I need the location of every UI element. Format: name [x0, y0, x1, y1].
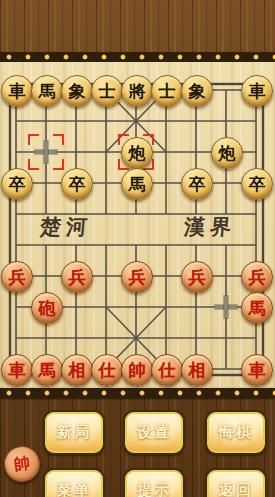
piece-black-horse[interactable]: 馬: [121, 168, 153, 200]
piece-red-soldier[interactable]: 兵: [181, 261, 213, 293]
undo-label: 悔棋: [219, 423, 253, 441]
piece-red-soldier[interactable]: 兵: [241, 261, 273, 293]
piece-red-elephant[interactable]: 相: [181, 354, 213, 386]
piece-black-advisor[interactable]: 士: [91, 75, 123, 107]
turn-indicator-red-general: 帥: [2, 444, 43, 485]
piece-black-cannon[interactable]: 炮: [211, 137, 243, 169]
piece-black-advisor[interactable]: 士: [151, 75, 183, 107]
menu-button[interactable]: 菜单: [43, 468, 105, 497]
piece-red-soldier[interactable]: 兵: [61, 261, 93, 293]
river-label-right: 漢界: [168, 209, 251, 245]
piece-red-chariot[interactable]: 車: [1, 354, 33, 386]
piece-red-general[interactable]: 帥: [121, 354, 153, 386]
piece-red-advisor[interactable]: 仕: [151, 354, 183, 386]
hint-label: 提示: [137, 481, 171, 497]
undo-button[interactable]: 悔棋: [205, 410, 267, 455]
piece-red-chariot[interactable]: 車: [241, 354, 273, 386]
piece-black-soldier[interactable]: 卒: [241, 168, 273, 200]
studded-rail-top: [0, 52, 275, 62]
new-game-button[interactable]: 新局: [43, 410, 105, 455]
piece-black-chariot[interactable]: 車: [1, 75, 33, 107]
last-move-from-marker: [28, 134, 64, 170]
piece-black-soldier[interactable]: 卒: [61, 168, 93, 200]
new-game-label: 新局: [57, 423, 91, 441]
studded-rail-bottom: [0, 388, 275, 398]
settings-label: 设置: [137, 423, 171, 441]
piece-black-cannon[interactable]: 炮: [121, 137, 153, 169]
piece-red-elephant[interactable]: 相: [61, 354, 93, 386]
piece-black-elephant[interactable]: 象: [181, 75, 213, 107]
piece-black-general[interactable]: 將: [121, 75, 153, 107]
hint-button[interactable]: 提示: [123, 468, 185, 497]
piece-red-advisor[interactable]: 仕: [91, 354, 123, 386]
piece-red-soldier[interactable]: 兵: [121, 261, 153, 293]
menu-label: 菜单: [57, 481, 91, 497]
xiangqi-app: 楚河 漢界 車馬象士將士象車炮炮卒卒馬卒卒兵兵兵兵兵砲馬車馬相仕帥仕相車 新局 …: [0, 0, 275, 497]
piece-black-soldier[interactable]: 卒: [1, 168, 33, 200]
back-label: 返回: [219, 481, 253, 497]
river-label-left: 楚河: [24, 209, 107, 245]
piece-black-elephant[interactable]: 象: [61, 75, 93, 107]
piece-red-horse[interactable]: 馬: [241, 292, 273, 324]
settings-button[interactable]: 设置: [123, 410, 185, 455]
piece-red-cannon[interactable]: 砲: [31, 292, 63, 324]
piece-black-chariot[interactable]: 車: [241, 75, 273, 107]
cannon-point-marker: [215, 296, 237, 318]
turn-indicator-glyph: 帥: [13, 453, 31, 474]
xiangqi-board[interactable]: 楚河 漢界 車馬象士將士象車炮炮卒卒馬卒卒兵兵兵兵兵砲馬車馬相仕帥仕相車: [0, 62, 275, 388]
piece-black-horse[interactable]: 馬: [31, 75, 63, 107]
back-button[interactable]: 返回: [205, 468, 267, 497]
piece-red-horse[interactable]: 馬: [31, 354, 63, 386]
piece-red-soldier[interactable]: 兵: [1, 261, 33, 293]
piece-black-soldier[interactable]: 卒: [181, 168, 213, 200]
